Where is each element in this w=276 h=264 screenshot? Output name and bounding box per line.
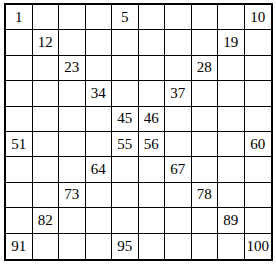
grid-cell-empty[interactable]	[139, 157, 166, 182]
grid-cell-empty[interactable]	[6, 157, 33, 182]
grid-cell-empty[interactable]	[218, 183, 245, 208]
grid-cell-empty[interactable]	[165, 208, 192, 233]
grid-cell-given: 78	[192, 183, 219, 208]
grid-cell-empty[interactable]	[192, 157, 219, 182]
grid-cell-empty[interactable]	[6, 107, 33, 132]
grid-cell-given: 46	[139, 107, 166, 132]
grid-cell-given: 73	[59, 183, 86, 208]
grid-cell-given: 19	[218, 30, 245, 55]
grid-cell-empty[interactable]	[86, 234, 113, 259]
grid-cell-empty[interactable]	[86, 5, 113, 30]
grid-cell-empty[interactable]	[192, 5, 219, 30]
hundred-chart-board: 1510121923283437454651555660646773788289…	[0, 0, 276, 264]
grid-cell-empty[interactable]	[112, 157, 139, 182]
grid-cell-empty[interactable]	[218, 234, 245, 259]
grid-cell-empty[interactable]	[165, 30, 192, 55]
grid-cell-empty[interactable]	[165, 183, 192, 208]
grid-cell-given: 100	[245, 234, 272, 259]
grid-cell-given: 82	[33, 208, 60, 233]
grid-cell-empty[interactable]	[59, 132, 86, 157]
grid-cell-empty[interactable]	[86, 107, 113, 132]
grid-cell-given: 56	[139, 132, 166, 157]
grid-cell-empty[interactable]	[165, 132, 192, 157]
grid-cell-empty[interactable]	[139, 5, 166, 30]
grid-cell-empty[interactable]	[218, 157, 245, 182]
grid-cell-empty[interactable]	[33, 157, 60, 182]
grid-cell-empty[interactable]	[165, 5, 192, 30]
grid-cell-empty[interactable]	[59, 5, 86, 30]
grid-cell-empty[interactable]	[245, 30, 272, 55]
grid-cell-given: 12	[33, 30, 60, 55]
grid-cell-empty[interactable]	[33, 5, 60, 30]
grid-cell-empty[interactable]	[59, 234, 86, 259]
grid-cell-empty[interactable]	[192, 234, 219, 259]
grid-cell-empty[interactable]	[59, 157, 86, 182]
grid-cell-empty[interactable]	[192, 30, 219, 55]
grid-cell-given: 55	[112, 132, 139, 157]
grid-cell-empty[interactable]	[165, 234, 192, 259]
number-grid: 1510121923283437454651555660646773788289…	[4, 3, 273, 261]
grid-cell-given: 34	[86, 81, 113, 106]
grid-cell-given: 89	[218, 208, 245, 233]
grid-cell-empty[interactable]	[192, 81, 219, 106]
grid-cell-empty[interactable]	[33, 234, 60, 259]
grid-cell-given: 5	[112, 5, 139, 30]
grid-cell-empty[interactable]	[112, 208, 139, 233]
grid-cell-empty[interactable]	[6, 81, 33, 106]
grid-cell-empty[interactable]	[245, 183, 272, 208]
grid-cell-empty[interactable]	[59, 208, 86, 233]
grid-cell-empty[interactable]	[245, 208, 272, 233]
grid-cell-given: 28	[192, 56, 219, 81]
grid-cell-given: 51	[6, 132, 33, 157]
grid-cell-empty[interactable]	[86, 30, 113, 55]
grid-cell-empty[interactable]	[218, 132, 245, 157]
grid-cell-empty[interactable]	[139, 56, 166, 81]
grid-cell-given: 60	[245, 132, 272, 157]
grid-cell-empty[interactable]	[218, 81, 245, 106]
grid-cell-empty[interactable]	[139, 183, 166, 208]
grid-cell-empty[interactable]	[245, 157, 272, 182]
grid-cell-empty[interactable]	[86, 56, 113, 81]
grid-cell-given: 23	[59, 56, 86, 81]
grid-cell-empty[interactable]	[59, 30, 86, 55]
grid-cell-empty[interactable]	[192, 208, 219, 233]
grid-cell-empty[interactable]	[112, 56, 139, 81]
grid-cell-empty[interactable]	[139, 234, 166, 259]
grid-cell-empty[interactable]	[86, 183, 113, 208]
grid-cell-empty[interactable]	[192, 132, 219, 157]
grid-cell-empty[interactable]	[33, 183, 60, 208]
grid-cell-empty[interactable]	[139, 30, 166, 55]
grid-cell-empty[interactable]	[165, 56, 192, 81]
grid-cell-empty[interactable]	[192, 107, 219, 132]
grid-cell-empty[interactable]	[245, 81, 272, 106]
grid-cell-empty[interactable]	[33, 56, 60, 81]
grid-cell-given: 64	[86, 157, 113, 182]
grid-cell-given: 45	[112, 107, 139, 132]
grid-cell-empty[interactable]	[86, 208, 113, 233]
grid-cell-empty[interactable]	[6, 208, 33, 233]
grid-cell-empty[interactable]	[112, 81, 139, 106]
grid-cell-empty[interactable]	[165, 107, 192, 132]
grid-cell-empty[interactable]	[112, 183, 139, 208]
grid-cell-given: 37	[165, 81, 192, 106]
grid-cell-empty[interactable]	[112, 30, 139, 55]
grid-cell-given: 67	[165, 157, 192, 182]
grid-cell-empty[interactable]	[6, 183, 33, 208]
grid-cell-empty[interactable]	[59, 81, 86, 106]
grid-cell-empty[interactable]	[139, 208, 166, 233]
grid-cell-empty[interactable]	[33, 132, 60, 157]
grid-cell-given: 1	[6, 5, 33, 30]
grid-cell-empty[interactable]	[245, 107, 272, 132]
grid-cell-empty[interactable]	[218, 56, 245, 81]
grid-cell-empty[interactable]	[86, 132, 113, 157]
grid-cell-empty[interactable]	[245, 56, 272, 81]
grid-cell-empty[interactable]	[218, 5, 245, 30]
grid-cell-given: 10	[245, 5, 272, 30]
grid-cell-given: 91	[6, 234, 33, 259]
grid-cell-empty[interactable]	[59, 107, 86, 132]
grid-cell-empty[interactable]	[6, 30, 33, 55]
grid-cell-empty[interactable]	[33, 107, 60, 132]
grid-cell-empty[interactable]	[33, 81, 60, 106]
grid-cell-empty[interactable]	[139, 81, 166, 106]
grid-cell-empty[interactable]	[218, 107, 245, 132]
grid-cell-given: 95	[112, 234, 139, 259]
grid-cell-empty[interactable]	[6, 56, 33, 81]
